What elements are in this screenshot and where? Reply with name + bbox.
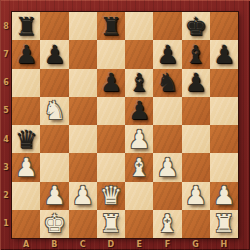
piece-black-pawn-b7[interactable]: ♟ [43,42,65,67]
file-label-c: C [69,238,97,250]
square-b5[interactable]: ♞ [40,97,68,125]
piece-white-pawn-h2[interactable]: ♟ [213,183,235,208]
square-g4[interactable] [182,125,210,153]
chess-board[interactable]: ♜♜♚♟♟♟♝♟♟♝♞♟♞♟♛♟♟♝♟♟♟♛♟♟♚♜♝♜ [12,12,238,238]
piece-black-pawn-d6[interactable]: ♟ [100,70,122,95]
square-a1[interactable] [12,210,40,238]
square-b4[interactable] [40,125,68,153]
square-c4[interactable] [69,125,97,153]
square-a6[interactable] [12,69,40,97]
square-f5[interactable] [153,97,181,125]
square-h2[interactable]: ♟ [210,182,238,210]
piece-black-knight-f6[interactable]: ♞ [156,70,178,95]
piece-black-king-g8[interactable]: ♚ [184,14,206,39]
square-h7[interactable]: ♟ [210,40,238,68]
file-label-f: F [153,238,181,250]
square-g1[interactable] [182,210,210,238]
rank-label-8: 8 [0,12,12,40]
square-b3[interactable] [40,153,68,181]
square-h3[interactable] [210,153,238,181]
square-e2[interactable] [125,182,153,210]
square-g6[interactable]: ♟ [182,69,210,97]
square-c3[interactable] [69,153,97,181]
square-a4[interactable]: ♛ [12,125,40,153]
piece-black-bishop-g7[interactable]: ♝ [184,42,206,67]
square-b6[interactable] [40,69,68,97]
square-h5[interactable] [210,97,238,125]
rank-label-7: 7 [0,40,12,68]
chess-board-frame: 87654321 ABCDEFGH ♜♜♚♟♟♟♝♟♟♝♞♟♞♟♛♟♟♝♟♟♟♛… [0,0,250,250]
square-d3[interactable] [97,153,125,181]
piece-black-pawn-f7[interactable]: ♟ [156,42,178,67]
square-c5[interactable] [69,97,97,125]
piece-white-rook-d1[interactable]: ♜ [100,211,122,236]
rank-label-3: 3 [0,153,12,181]
rank-label-1: 1 [0,210,12,238]
file-labels: ABCDEFGH [12,238,238,250]
file-label-g: G [182,238,210,250]
square-e7[interactable] [125,40,153,68]
square-d7[interactable] [97,40,125,68]
rank-label-4: 4 [0,125,12,153]
square-c8[interactable] [69,12,97,40]
square-f6[interactable]: ♞ [153,69,181,97]
square-a5[interactable] [12,97,40,125]
square-g7[interactable]: ♝ [182,40,210,68]
rank-labels: 87654321 [0,12,12,238]
piece-white-pawn-a3[interactable]: ♟ [15,155,37,180]
square-f4[interactable] [153,125,181,153]
square-f3[interactable]: ♟ [153,153,181,181]
square-g8[interactable]: ♚ [182,12,210,40]
square-c6[interactable] [69,69,97,97]
piece-white-rook-h1[interactable]: ♜ [213,211,235,236]
piece-white-pawn-b2[interactable]: ♟ [43,183,65,208]
file-label-b: B [40,238,68,250]
piece-white-pawn-f3[interactable]: ♟ [156,155,178,180]
piece-white-king-b1[interactable]: ♚ [43,211,65,236]
square-e4[interactable]: ♟ [125,125,153,153]
piece-black-rook-d8[interactable]: ♜ [100,14,122,39]
square-a3[interactable]: ♟ [12,153,40,181]
square-b1[interactable]: ♚ [40,210,68,238]
piece-white-pawn-g2[interactable]: ♟ [184,183,206,208]
square-d5[interactable] [97,97,125,125]
square-h1[interactable]: ♜ [210,210,238,238]
square-c2[interactable]: ♟ [69,182,97,210]
piece-white-knight-b5[interactable]: ♞ [43,98,65,123]
square-e1[interactable] [125,210,153,238]
piece-black-rook-a8[interactable]: ♜ [15,14,37,39]
piece-white-bishop-f1[interactable]: ♝ [156,211,178,236]
rank-label-2: 2 [0,182,12,210]
square-f2[interactable] [153,182,181,210]
piece-black-pawn-g6[interactable]: ♟ [184,70,206,95]
square-b2[interactable]: ♟ [40,182,68,210]
square-h4[interactable] [210,125,238,153]
square-d8[interactable]: ♜ [97,12,125,40]
rank-label-6: 6 [0,69,12,97]
square-f1[interactable]: ♝ [153,210,181,238]
square-g3[interactable] [182,153,210,181]
piece-black-bishop-e6[interactable]: ♝ [128,70,150,95]
square-h8[interactable] [210,12,238,40]
piece-white-pawn-e4[interactable]: ♟ [128,127,150,152]
square-b8[interactable] [40,12,68,40]
piece-black-pawn-a7[interactable]: ♟ [15,42,37,67]
square-a7[interactable]: ♟ [12,40,40,68]
piece-black-pawn-h7[interactable]: ♟ [213,42,235,67]
square-g2[interactable]: ♟ [182,182,210,210]
file-label-d: D [97,238,125,250]
square-e3[interactable]: ♝ [125,153,153,181]
file-label-a: A [12,238,40,250]
square-e5[interactable]: ♟ [125,97,153,125]
file-label-e: E [125,238,153,250]
square-c1[interactable] [69,210,97,238]
piece-white-pawn-c2[interactable]: ♟ [71,183,93,208]
square-f8[interactable] [153,12,181,40]
square-c7[interactable] [69,40,97,68]
square-d1[interactable]: ♜ [97,210,125,238]
square-d6[interactable]: ♟ [97,69,125,97]
square-g5[interactable] [182,97,210,125]
square-h6[interactable] [210,69,238,97]
square-d4[interactable] [97,125,125,153]
piece-black-queen-a4[interactable]: ♛ [15,127,37,152]
rank-label-5: 5 [0,97,12,125]
piece-white-queen-d2[interactable]: ♛ [100,183,122,208]
square-a2[interactable] [12,182,40,210]
square-a8[interactable]: ♜ [12,12,40,40]
square-e6[interactable]: ♝ [125,69,153,97]
piece-black-pawn-e5[interactable]: ♟ [128,98,150,123]
piece-white-bishop-e3[interactable]: ♝ [128,155,150,180]
square-e8[interactable] [125,12,153,40]
square-b7[interactable]: ♟ [40,40,68,68]
file-label-h: H [210,238,238,250]
square-f7[interactable]: ♟ [153,40,181,68]
square-d2[interactable]: ♛ [97,182,125,210]
